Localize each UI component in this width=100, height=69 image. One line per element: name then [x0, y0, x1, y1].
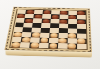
- checker-piece-wood[interactable]: [40, 38, 49, 43]
- checkers-board: [4, 7, 92, 53]
- board-square-r7c8[interactable]: [77, 38, 86, 43]
- board-square-r7c6[interactable]: [58, 38, 67, 43]
- board-square-r7c7[interactable]: [67, 38, 76, 43]
- board-square-r6c5[interactable]: [49, 33, 58, 38]
- checker-piece-wood[interactable]: [30, 43, 39, 48]
- board-square-r8c5[interactable]: [48, 43, 58, 48]
- board-square-r6c7[interactable]: [67, 33, 76, 38]
- board-square-r8c1[interactable]: [11, 42, 21, 47]
- board-square-r7c1[interactable]: [12, 37, 22, 42]
- board-square-r7c5[interactable]: [49, 38, 59, 43]
- board-square-r5c7[interactable]: [68, 28, 77, 33]
- board-square-r8c4[interactable]: [39, 43, 49, 48]
- checker-piece-wood[interactable]: [22, 37, 31, 42]
- checker-piece-wood[interactable]: [11, 42, 20, 47]
- board-square-r8c8[interactable]: [77, 43, 86, 48]
- board-square-r7c3[interactable]: [30, 37, 40, 42]
- board-square-r5c1[interactable]: [14, 27, 24, 32]
- board-square-r4c8[interactable]: [77, 24, 86, 29]
- board-square-r6c3[interactable]: [31, 32, 41, 37]
- checker-piece-wood[interactable]: [13, 32, 22, 36]
- board-square-r8c6[interactable]: [58, 43, 68, 48]
- board-square-r7c4[interactable]: [40, 37, 50, 42]
- checker-piece-wood[interactable]: [49, 43, 58, 48]
- board-face: [4, 7, 92, 53]
- board-square-r5c6[interactable]: [59, 28, 68, 33]
- board-square-r5c4[interactable]: [41, 28, 50, 33]
- checker-piece-wood[interactable]: [77, 39, 85, 44]
- board-square-r6c6[interactable]: [58, 33, 67, 38]
- board-square-r6c8[interactable]: [77, 33, 86, 38]
- board-square-r6c1[interactable]: [13, 32, 23, 37]
- board-square-r7c2[interactable]: [21, 37, 31, 42]
- checker-piece-wood[interactable]: [68, 33, 76, 38]
- board-square-r5c2[interactable]: [23, 27, 33, 32]
- checker-piece-wood[interactable]: [59, 38, 67, 43]
- checker-piece-wood[interactable]: [32, 33, 40, 37]
- board-square-r5c3[interactable]: [32, 28, 42, 33]
- board-square-r5c5[interactable]: [50, 28, 59, 33]
- board-square-r8c7[interactable]: [67, 43, 76, 48]
- board-square-r5c8[interactable]: [77, 29, 86, 34]
- board-square-r8c3[interactable]: [30, 42, 40, 47]
- checker-piece-wood[interactable]: [50, 33, 58, 38]
- board-square-r6c4[interactable]: [40, 33, 50, 38]
- board-grid: [11, 10, 86, 49]
- board-square-r6c2[interactable]: [22, 32, 32, 37]
- board-square-r8c2[interactable]: [20, 42, 30, 47]
- checker-piece-wood[interactable]: [68, 44, 76, 49]
- product-photo-background: [0, 0, 100, 69]
